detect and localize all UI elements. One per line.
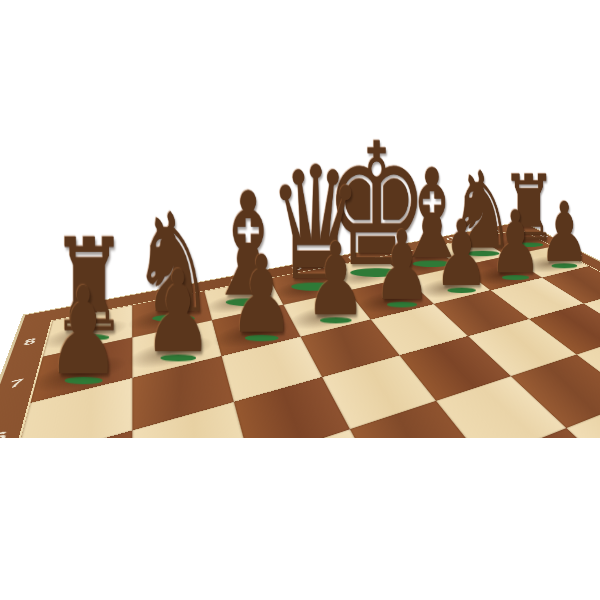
piece-black-pawn: ♟	[47, 277, 121, 388]
piece-black-pawn: ♟	[144, 260, 213, 364]
rank-label-left-6: 6	[0, 428, 9, 438]
square-b7: ♟	[132, 320, 221, 378]
piece-black-pawn: ♟	[489, 203, 542, 282]
base-felt	[551, 263, 577, 268]
square-c5	[234, 377, 350, 438]
rank-label-left-7: 7	[8, 376, 25, 390]
base-felt	[320, 317, 351, 323]
base-felt	[65, 377, 103, 384]
piece-black-pawn: ♟	[305, 234, 366, 327]
base-felt	[245, 335, 278, 341]
square-f3	[566, 400, 600, 438]
piece-black-pawn: ♟	[373, 223, 431, 311]
piece-black-pawn: ♟	[434, 213, 489, 296]
base-felt	[447, 288, 475, 293]
rank-label-left-8: 8	[23, 336, 38, 347]
piece-black-pawn: ♟	[229, 246, 294, 344]
base-felt	[160, 355, 195, 361]
board-grid: ♜♞♝♛♚♝♞♜♟♟♟♟♟♟♟♟	[0, 230, 600, 438]
square-d4	[350, 401, 484, 438]
board-photo-scene: ♜♞♝♛♚♝♞♜♟♟♟♟♟♟♟♟ AABBCCDDEEFFGGHH8877665…	[0, 0, 600, 438]
piece-black-pawn: ♟	[539, 195, 589, 271]
base-felt	[387, 302, 417, 307]
product-photo-canvas: ♜♞♝♛♚♝♞♜♟♟♟♟♟♟♟♟ AABBCCDDEEFFGGHH8877665…	[0, 0, 600, 600]
chess-board: ♜♞♝♛♚♝♞♜♟♟♟♟♟♟♟♟ AABBCCDDEEFFGGHH8877665…	[0, 221, 600, 438]
base-felt	[502, 275, 529, 280]
